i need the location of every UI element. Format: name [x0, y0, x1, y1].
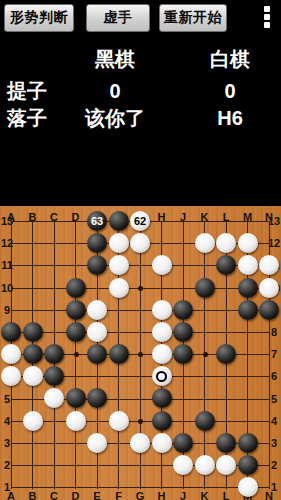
- board-cell-G4[interactable]: [129, 410, 151, 432]
- board-cell-C6[interactable]: [43, 365, 65, 387]
- board-cell-D7[interactable]: [65, 343, 87, 365]
- black-stone-A8: [1, 322, 21, 342]
- menu-dot: [264, 6, 270, 12]
- black-stone-K10: [195, 278, 215, 298]
- black-stone-D5: [66, 388, 86, 408]
- board-cell-M5[interactable]: [237, 387, 259, 409]
- board-cell-L8[interactable]: [215, 321, 237, 343]
- black-stone-E11: [87, 255, 107, 275]
- white-column-header: 白棋: [185, 47, 275, 71]
- board-cell-B1[interactable]: [22, 476, 44, 498]
- board-cell-L9[interactable]: [215, 299, 237, 321]
- board-cell-K1[interactable]: [194, 476, 216, 498]
- board-cell-A12[interactable]: [0, 232, 22, 254]
- black-stone-B8: [23, 322, 43, 342]
- overflow-menu-icon[interactable]: [264, 6, 271, 30]
- board-cell-D13[interactable]: [65, 210, 87, 232]
- board-cell-B6[interactable]: [22, 365, 44, 387]
- white-stone-G12: [130, 233, 150, 253]
- white-stone-J2: [173, 455, 193, 475]
- board-cell-H2[interactable]: [151, 454, 173, 476]
- pass-button[interactable]: 虚手: [86, 4, 150, 32]
- board-cell-L7[interactable]: [215, 343, 237, 365]
- black-stone-J7: [173, 344, 193, 364]
- board-cell-A11[interactable]: [0, 254, 22, 276]
- board-cell-N1[interactable]: [258, 476, 280, 498]
- captures-row: 提子 0 0: [0, 79, 281, 103]
- restart-button[interactable]: 重新开始: [159, 4, 227, 32]
- board-cell-G11[interactable]: [129, 254, 151, 276]
- board-cell-N9[interactable]: [258, 299, 280, 321]
- board-cell-K10[interactable]: [194, 276, 216, 298]
- board-cell-G1[interactable]: [129, 476, 151, 498]
- board-cell-L3[interactable]: [215, 432, 237, 454]
- board-cell-H7[interactable]: [151, 343, 173, 365]
- board-cell-M12[interactable]: [237, 232, 259, 254]
- board-cell-H5[interactable]: [151, 387, 173, 409]
- board-cell-G10[interactable]: [129, 276, 151, 298]
- board-cell-E10[interactable]: [86, 276, 108, 298]
- board-cell-E9[interactable]: [86, 299, 108, 321]
- board-cell-N7[interactable]: [258, 343, 280, 365]
- board-cell-M4[interactable]: [237, 410, 259, 432]
- board-cell-K3[interactable]: [194, 432, 216, 454]
- board-cell-D8[interactable]: [65, 321, 87, 343]
- black-stone-C6: [44, 366, 64, 386]
- board-cell-D3[interactable]: [65, 432, 87, 454]
- board-cell-G3[interactable]: [129, 432, 151, 454]
- white-stone-H9: [152, 300, 172, 320]
- board-cell-K9[interactable]: [194, 299, 216, 321]
- board-cell-F8[interactable]: [108, 321, 130, 343]
- board-cell-L12[interactable]: [215, 232, 237, 254]
- board-cell-L6[interactable]: [215, 365, 237, 387]
- white-stone-D4: [66, 411, 86, 431]
- black-stone-L11: [216, 255, 236, 275]
- board-cell-E3[interactable]: [86, 432, 108, 454]
- white-stone-C5: [44, 388, 64, 408]
- board-cell-A1[interactable]: [0, 476, 22, 498]
- board-cell-M10[interactable]: [237, 276, 259, 298]
- board-cell-B10[interactable]: [22, 276, 44, 298]
- black-stone-D8: [66, 322, 86, 342]
- board-cell-C2[interactable]: [43, 454, 65, 476]
- board-cell-D5[interactable]: [65, 387, 87, 409]
- board-cell-F11[interactable]: [108, 254, 130, 276]
- top-action-bar: 形势判断 虚手 重新开始: [0, 0, 281, 38]
- white-stone-B6: [23, 366, 43, 386]
- board-cell-B11[interactable]: [22, 254, 44, 276]
- board-cell-L5[interactable]: [215, 387, 237, 409]
- board-cell-A10[interactable]: [0, 276, 22, 298]
- board-cell-J3[interactable]: [172, 432, 194, 454]
- board-cell-H9[interactable]: [151, 299, 173, 321]
- board-cell-K2[interactable]: [194, 454, 216, 476]
- white-stone-M1: [238, 477, 258, 497]
- white-stone-G13: 62: [130, 211, 150, 231]
- black-stone-M9: [238, 300, 258, 320]
- white-stone-F10: [109, 278, 129, 298]
- white-stone-K2: [195, 455, 215, 475]
- board-cell-D2[interactable]: [65, 454, 87, 476]
- board-cell-F10[interactable]: [108, 276, 130, 298]
- white-stone-M12: [238, 233, 258, 253]
- go-board: AABBCCDDEEFFGGHHJJKKLLMMNN13131212111110…: [0, 206, 281, 500]
- board-cell-A13[interactable]: [0, 210, 22, 232]
- board-cell-D12[interactable]: [65, 232, 87, 254]
- board-cell-M13[interactable]: [237, 210, 259, 232]
- white-stone-A6: [1, 366, 21, 386]
- black-stone-J8: [173, 322, 193, 342]
- board-cell-L1[interactable]: [215, 476, 237, 498]
- board-cell-C11[interactable]: [43, 254, 65, 276]
- white-last-move-value: H6: [185, 106, 275, 130]
- board-cell-N8[interactable]: [258, 321, 280, 343]
- board-cell-C4[interactable]: [43, 410, 65, 432]
- board-cell-N12[interactable]: [258, 232, 280, 254]
- menu-dot: [264, 14, 270, 20]
- board-cell-E11[interactable]: [86, 254, 108, 276]
- score-header-row: 黑棋 白棋: [0, 47, 281, 71]
- board-cell-C1[interactable]: [43, 476, 65, 498]
- last-move-label: 落子: [7, 106, 47, 130]
- board-cell-E5[interactable]: [86, 387, 108, 409]
- board-cell-K5[interactable]: [194, 387, 216, 409]
- board-cell-M2[interactable]: [237, 454, 259, 476]
- white-stone-E8: [87, 322, 107, 342]
- black-stone-K4: [195, 411, 215, 431]
- board-cell-G12[interactable]: [129, 232, 151, 254]
- white-stone-K12: [195, 233, 215, 253]
- board-cell-F9[interactable]: [108, 299, 130, 321]
- score-panel: 黑棋 白棋 提子 0 0 落子 该你了 H6: [0, 38, 281, 138]
- black-stone-H5: [152, 388, 172, 408]
- board-cell-C8[interactable]: [43, 321, 65, 343]
- board-cell-K13[interactable]: [194, 210, 216, 232]
- board-cell-D1[interactable]: [65, 476, 87, 498]
- board-cell-N13[interactable]: [258, 210, 280, 232]
- board-cell-M7[interactable]: [237, 343, 259, 365]
- board-cell-H8[interactable]: [151, 321, 173, 343]
- board-cell-N2[interactable]: [258, 454, 280, 476]
- board-cell-M6[interactable]: [237, 365, 259, 387]
- board-cell-B7[interactable]: [22, 343, 44, 365]
- black-stone-L7: [216, 344, 236, 364]
- board-cell-L13[interactable]: [215, 210, 237, 232]
- white-stone-L12: [216, 233, 236, 253]
- last-move-row: 落子 该你了 H6: [0, 106, 281, 130]
- board-cell-E7[interactable]: [86, 343, 108, 365]
- board-cell-D10[interactable]: [65, 276, 87, 298]
- board-cell-D4[interactable]: [65, 410, 87, 432]
- board-cell-D6[interactable]: [65, 365, 87, 387]
- board-cell-M1[interactable]: [237, 476, 259, 498]
- last-move-marker: [156, 371, 167, 382]
- board-cell-E1[interactable]: [86, 476, 108, 498]
- board-cell-K11[interactable]: [194, 254, 216, 276]
- board-cell-H13[interactable]: [151, 210, 173, 232]
- board-cell-M9[interactable]: [237, 299, 259, 321]
- white-stone-G3: [130, 433, 150, 453]
- board-cell-J9[interactable]: [172, 299, 194, 321]
- board-cell-N10[interactable]: [258, 276, 280, 298]
- board-cell-F4[interactable]: [108, 410, 130, 432]
- go-app-screen: 形势判断 虚手 重新开始 黑棋 白棋 提子 0 0 落子 该你了 H6 AABB…: [0, 0, 281, 500]
- white-stone-F4: [109, 411, 129, 431]
- black-stone-E13: 63: [87, 211, 107, 231]
- black-captures-value: 0: [45, 79, 185, 103]
- board-cell-E12[interactable]: [86, 232, 108, 254]
- white-stone-B4: [23, 411, 43, 431]
- board-cell-L11[interactable]: [215, 254, 237, 276]
- board-cell-A7[interactable]: [0, 343, 22, 365]
- board-cell-C9[interactable]: [43, 299, 65, 321]
- black-stone-L3: [216, 433, 236, 453]
- menu-dot: [264, 22, 270, 28]
- white-stone-N11: [259, 255, 279, 275]
- board-cell-N4[interactable]: [258, 410, 280, 432]
- board-cell-J10[interactable]: [172, 276, 194, 298]
- board-cell-M3[interactable]: [237, 432, 259, 454]
- board-cell-K12[interactable]: [194, 232, 216, 254]
- board-cell-F3[interactable]: [108, 432, 130, 454]
- board-cell-G9[interactable]: [129, 299, 151, 321]
- black-stone-N9: [259, 300, 279, 320]
- board-cell-F13[interactable]: [108, 210, 130, 232]
- board-cell-H6[interactable]: [151, 365, 173, 387]
- board-cell-A3[interactable]: [0, 432, 22, 454]
- black-column-header: 黑棋: [45, 47, 185, 71]
- black-stone-E7: [87, 344, 107, 364]
- white-stone-H7: [152, 344, 172, 364]
- black-turn-status: 该你了: [45, 106, 185, 130]
- black-stone-M3: [238, 433, 258, 453]
- board-cell-G7[interactable]: [129, 343, 151, 365]
- black-stone-J3: [173, 433, 193, 453]
- white-stone-N10: [259, 278, 279, 298]
- board-cell-F2[interactable]: [108, 454, 130, 476]
- board-cell-J6[interactable]: [172, 365, 194, 387]
- black-stone-D10: [66, 278, 86, 298]
- board-cell-A9[interactable]: [0, 299, 22, 321]
- board-cell-H10[interactable]: [151, 276, 173, 298]
- white-stone-F11: [109, 255, 129, 275]
- go-board-grid: 6362: [0, 210, 280, 498]
- board-cell-B12[interactable]: [22, 232, 44, 254]
- board-cell-K8[interactable]: [194, 321, 216, 343]
- board-cell-C5[interactable]: [43, 387, 65, 409]
- board-cell-B8[interactable]: [22, 321, 44, 343]
- black-stone-M10: [238, 278, 258, 298]
- board-cell-B5[interactable]: [22, 387, 44, 409]
- board-cell-M11[interactable]: [237, 254, 259, 276]
- board-cell-E6[interactable]: [86, 365, 108, 387]
- board-cell-L2[interactable]: [215, 454, 237, 476]
- black-stone-C7: [44, 344, 64, 364]
- board-cell-H12[interactable]: [151, 232, 173, 254]
- board-cell-J7[interactable]: [172, 343, 194, 365]
- board-cell-N3[interactable]: [258, 432, 280, 454]
- board-cell-G8[interactable]: [129, 321, 151, 343]
- board-cell-C3[interactable]: [43, 432, 65, 454]
- board-cell-C10[interactable]: [43, 276, 65, 298]
- board-cell-J5[interactable]: [172, 387, 194, 409]
- board-cell-A5[interactable]: [0, 387, 22, 409]
- black-stone-E12: [87, 233, 107, 253]
- black-stone-F7: [109, 344, 129, 364]
- board-cell-L4[interactable]: [215, 410, 237, 432]
- board-cell-D9[interactable]: [65, 299, 87, 321]
- judge-position-button[interactable]: 形势判断: [4, 4, 74, 32]
- board-cell-F7[interactable]: [108, 343, 130, 365]
- board-cell-C12[interactable]: [43, 232, 65, 254]
- captures-label: 提子: [7, 79, 47, 103]
- white-stone-F12: [109, 233, 129, 253]
- board-cell-K4[interactable]: [194, 410, 216, 432]
- board-cell-G5[interactable]: [129, 387, 151, 409]
- board-cell-D11[interactable]: [65, 254, 87, 276]
- black-stone-F13: [109, 211, 129, 231]
- board-cell-B3[interactable]: [22, 432, 44, 454]
- black-stone-H4: [152, 411, 172, 431]
- board-cell-E4[interactable]: [86, 410, 108, 432]
- board-cell-G13[interactable]: 62: [129, 210, 151, 232]
- board-cell-H1[interactable]: [151, 476, 173, 498]
- board-cell-H3[interactable]: [151, 432, 173, 454]
- board-cell-H4[interactable]: [151, 410, 173, 432]
- board-cell-J2[interactable]: [172, 454, 194, 476]
- board-cell-B4[interactable]: [22, 410, 44, 432]
- white-stone-H3: [152, 433, 172, 453]
- white-stone-A7: [1, 344, 21, 364]
- board-cell-C13[interactable]: [43, 210, 65, 232]
- white-stone-E3: [87, 433, 107, 453]
- board-cell-A2[interactable]: [0, 454, 22, 476]
- black-stone-M2: [238, 455, 258, 475]
- board-cell-J12[interactable]: [172, 232, 194, 254]
- board-cell-K6[interactable]: [194, 365, 216, 387]
- board-cell-B13[interactable]: [22, 210, 44, 232]
- board-cell-B9[interactable]: [22, 299, 44, 321]
- white-stone-M11: [238, 255, 258, 275]
- white-captures-value: 0: [185, 79, 275, 103]
- board-cell-G2[interactable]: [129, 454, 151, 476]
- board-cell-J1[interactable]: [172, 476, 194, 498]
- board-cell-M8[interactable]: [237, 321, 259, 343]
- board-cell-E2[interactable]: [86, 454, 108, 476]
- board-cell-A6[interactable]: [0, 365, 22, 387]
- black-stone-J9: [173, 300, 193, 320]
- board-cell-F5[interactable]: [108, 387, 130, 409]
- board-cell-J11[interactable]: [172, 254, 194, 276]
- white-stone-H8: [152, 322, 172, 342]
- board-cell-N5[interactable]: [258, 387, 280, 409]
- board-cell-L10[interactable]: [215, 276, 237, 298]
- black-stone-E5: [87, 388, 107, 408]
- white-stone-H11: [152, 255, 172, 275]
- board-cell-J8[interactable]: [172, 321, 194, 343]
- white-stone-E9: [87, 300, 107, 320]
- board-cell-C7[interactable]: [43, 343, 65, 365]
- board-cell-J13[interactable]: [172, 210, 194, 232]
- board-cell-N6[interactable]: [258, 365, 280, 387]
- board-cell-K7[interactable]: [194, 343, 216, 365]
- white-stone-H6: [152, 366, 172, 386]
- board-cell-H11[interactable]: [151, 254, 173, 276]
- board-cell-J4[interactable]: [172, 410, 194, 432]
- board-cell-A4[interactable]: [0, 410, 22, 432]
- board-cell-F1[interactable]: [108, 476, 130, 498]
- board-cell-F6[interactable]: [108, 365, 130, 387]
- black-stone-D9: [66, 300, 86, 320]
- board-cell-G6[interactable]: [129, 365, 151, 387]
- board-cell-B2[interactable]: [22, 454, 44, 476]
- board-cell-E13[interactable]: 63: [86, 210, 108, 232]
- board-cell-E8[interactable]: [86, 321, 108, 343]
- board-cell-A8[interactable]: [0, 321, 22, 343]
- white-stone-L2: [216, 455, 236, 475]
- board-cell-N11[interactable]: [258, 254, 280, 276]
- black-stone-B7: [23, 344, 43, 364]
- board-cell-F12[interactable]: [108, 232, 130, 254]
